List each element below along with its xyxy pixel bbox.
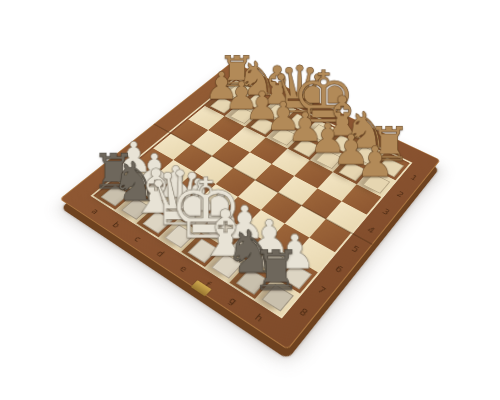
rook-glyph: ♜	[241, 242, 310, 298]
pieces-layer: ♜♞♟♝♟♛♟♚♟♝♟♞♟♟♜♟♟♜♟♟♞♟♝♟♛♟♚♟♝♟♞♜	[61, 62, 439, 348]
pawn-glyph: ♟	[345, 141, 405, 183]
board-surface: abcdefgh 12345678 ♜♞♟♝♟♛♟♚♟♝♟♞♟♟♜♟♟♜♟♟♞♟…	[59, 62, 440, 351]
chess-board: abcdefgh 12345678 ♜♞♟♝♟♛♟♚♟♝♟♞♟♟♜♟♟♜♟♟♞♟…	[59, 62, 440, 351]
product-photo-scene: abcdefgh 12345678 ♜♞♟♝♟♛♟♚♟♝♟♞♟♟♜♟♟♜♟♟♞♟…	[0, 0, 500, 400]
